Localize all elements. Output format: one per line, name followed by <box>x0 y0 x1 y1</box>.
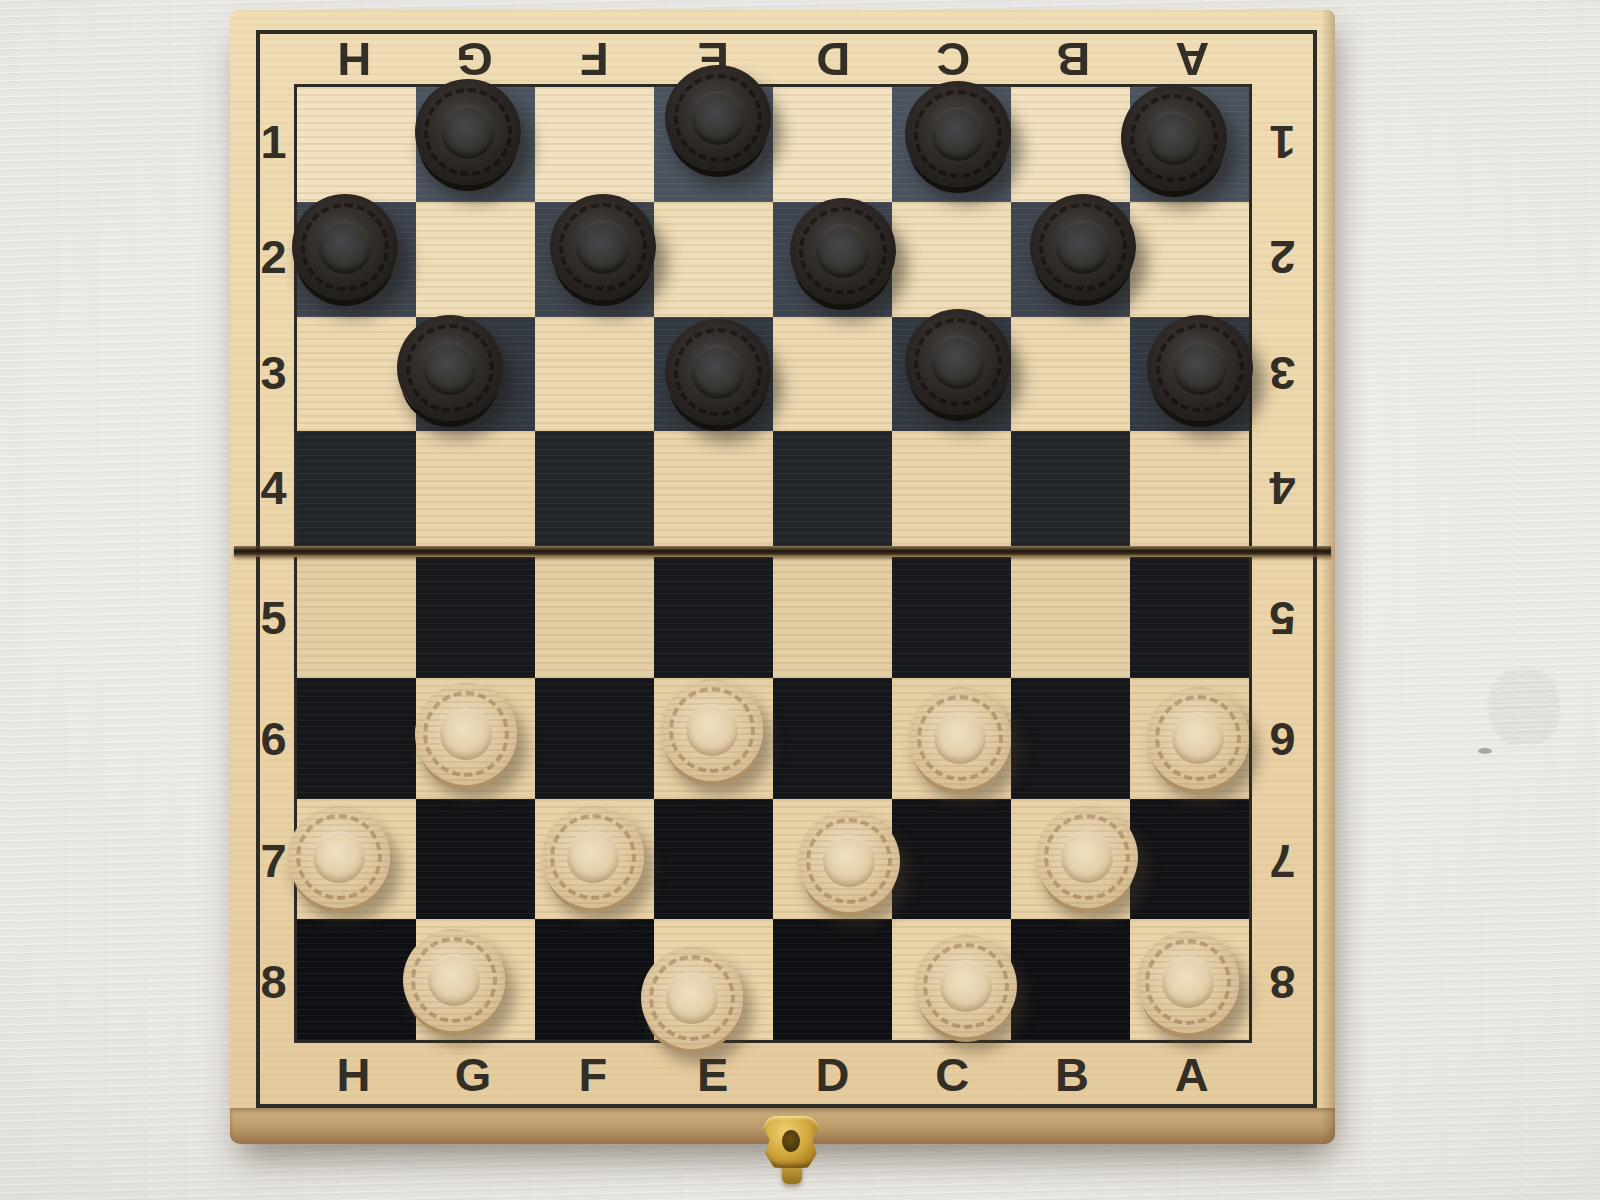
rank-label-left-4: 4 <box>254 463 294 513</box>
file-label-bottom-E: E <box>653 1050 773 1100</box>
file-label-bottom-D: D <box>773 1050 893 1100</box>
file-label-bottom-G: G <box>414 1050 534 1100</box>
board-lower-half-grid <box>294 557 1252 1043</box>
square-h6[interactable] <box>297 678 416 799</box>
board-upper-half-grid <box>294 84 1252 546</box>
piece-dark-c1[interactable] <box>905 81 1011 187</box>
square-d1[interactable] <box>773 87 892 202</box>
square-d3[interactable] <box>773 317 892 432</box>
square-c7[interactable] <box>892 799 1011 920</box>
square-d8[interactable] <box>773 919 892 1040</box>
square-a8[interactable] <box>1130 919 1249 1040</box>
square-a3[interactable] <box>1130 317 1249 432</box>
rank-label-left-3: 3 <box>254 348 294 398</box>
file-label-bottom-C: C <box>893 1050 1013 1100</box>
piece-light-g6[interactable] <box>415 683 517 785</box>
square-b3[interactable] <box>1011 317 1130 432</box>
file-label-top-H: H <box>294 34 414 84</box>
square-c8[interactable] <box>892 919 1011 1040</box>
piece-dark-h2[interactable] <box>292 194 398 300</box>
file-label-bottom-F: F <box>534 1050 654 1100</box>
square-c3[interactable] <box>892 317 1011 432</box>
square-a5[interactable] <box>1130 557 1249 678</box>
piece-dark-e3[interactable] <box>665 319 771 425</box>
file-label-top-B: B <box>1013 34 1133 84</box>
rank-label-right-6: 6 <box>1252 714 1312 764</box>
rank-label-left-2: 2 <box>254 232 294 282</box>
piece-light-e8[interactable] <box>641 947 743 1049</box>
piece-light-a8[interactable] <box>1137 931 1239 1033</box>
piece-dark-g3[interactable] <box>397 315 503 421</box>
table-smudge-mark <box>1484 664 1564 749</box>
file-labels-top: HGFEDCBA <box>294 34 1252 84</box>
square-g4[interactable] <box>416 431 535 546</box>
square-h4[interactable] <box>297 431 416 546</box>
square-f5[interactable] <box>535 557 654 678</box>
square-d6[interactable] <box>773 678 892 799</box>
square-g1[interactable] <box>416 87 535 202</box>
square-h5[interactable] <box>297 557 416 678</box>
checkers-board: HGFEDCBA HGFEDCBA 12345678 12345678 <box>230 10 1335 1144</box>
piece-light-h7[interactable] <box>288 806 390 908</box>
piece-light-a6[interactable] <box>1147 687 1249 789</box>
square-g5[interactable] <box>416 557 535 678</box>
square-c2[interactable] <box>892 202 1011 317</box>
square-c4[interactable] <box>892 431 1011 546</box>
piece-light-g8[interactable] <box>403 929 505 1031</box>
square-b6[interactable] <box>1011 678 1130 799</box>
piece-light-e6[interactable] <box>661 679 763 781</box>
square-b7[interactable] <box>1011 799 1130 920</box>
square-b2[interactable] <box>1011 202 1130 317</box>
piece-dark-e1[interactable] <box>665 65 771 171</box>
square-g8[interactable] <box>416 919 535 1040</box>
square-d7[interactable] <box>773 799 892 920</box>
square-g3[interactable] <box>416 317 535 432</box>
square-f1[interactable] <box>535 87 654 202</box>
square-g6[interactable] <box>416 678 535 799</box>
file-label-bottom-A: A <box>1132 1050 1252 1100</box>
square-h2[interactable] <box>297 202 416 317</box>
piece-dark-d2[interactable] <box>790 198 896 304</box>
file-label-top-A: A <box>1132 34 1252 84</box>
rank-label-left-6: 6 <box>254 714 294 764</box>
piece-dark-a1[interactable] <box>1121 85 1227 191</box>
square-b1[interactable] <box>1011 87 1130 202</box>
square-b4[interactable] <box>1011 431 1130 546</box>
piece-light-d7[interactable] <box>798 810 900 912</box>
table-scene: HGFEDCBA HGFEDCBA 12345678 12345678 <box>0 0 1600 1200</box>
square-f7[interactable] <box>535 799 654 920</box>
piece-light-b7[interactable] <box>1036 806 1138 908</box>
square-e7[interactable] <box>654 799 773 920</box>
piece-light-c6[interactable] <box>909 687 1011 789</box>
square-h7[interactable] <box>297 799 416 920</box>
rank-label-right-5: 5 <box>1252 593 1312 643</box>
square-f8[interactable] <box>535 919 654 1040</box>
piece-dark-a3[interactable] <box>1147 315 1253 421</box>
file-label-bottom-B: B <box>1013 1050 1133 1100</box>
square-h8[interactable] <box>297 919 416 1040</box>
file-label-bottom-H: H <box>294 1050 414 1100</box>
square-f2[interactable] <box>535 202 654 317</box>
piece-light-c8[interactable] <box>915 935 1017 1037</box>
rank-labels-left: 12345678 <box>254 10 294 1144</box>
square-e8[interactable] <box>654 919 773 1040</box>
square-a4[interactable] <box>1130 431 1249 546</box>
square-e2[interactable] <box>654 202 773 317</box>
square-a2[interactable] <box>1130 202 1249 317</box>
piece-dark-g1[interactable] <box>415 79 521 185</box>
rank-label-right-1: 1 <box>1252 117 1312 167</box>
square-e4[interactable] <box>654 431 773 546</box>
rank-label-right-3: 3 <box>1252 348 1312 398</box>
square-a1[interactable] <box>1130 87 1249 202</box>
brass-clasp-icon <box>763 1116 819 1168</box>
square-a7[interactable] <box>1130 799 1249 920</box>
square-c6[interactable] <box>892 678 1011 799</box>
square-f6[interactable] <box>535 678 654 799</box>
square-g7[interactable] <box>416 799 535 920</box>
square-b5[interactable] <box>1011 557 1130 678</box>
square-f4[interactable] <box>535 431 654 546</box>
square-h1[interactable] <box>297 87 416 202</box>
fold-seam <box>234 546 1331 557</box>
square-c1[interactable] <box>892 87 1011 202</box>
file-label-top-C: C <box>893 34 1013 84</box>
rank-labels-right: 12345678 <box>1252 10 1312 1144</box>
square-e6[interactable] <box>654 678 773 799</box>
rank-label-left-1: 1 <box>254 117 294 167</box>
rank-label-right-4: 4 <box>1252 463 1312 513</box>
square-d4[interactable] <box>773 431 892 546</box>
square-f3[interactable] <box>535 317 654 432</box>
file-label-top-F: F <box>534 34 654 84</box>
square-e1[interactable] <box>654 87 773 202</box>
square-c5[interactable] <box>892 557 1011 678</box>
piece-dark-c3[interactable] <box>905 309 1011 415</box>
file-label-top-G: G <box>414 34 534 84</box>
square-e3[interactable] <box>654 317 773 432</box>
piece-light-f7[interactable] <box>542 806 644 908</box>
square-e5[interactable] <box>654 557 773 678</box>
rank-label-right-8: 8 <box>1252 957 1312 1007</box>
file-label-top-D: D <box>773 34 893 84</box>
rank-label-right-2: 2 <box>1252 232 1312 282</box>
rank-label-left-8: 8 <box>254 957 294 1007</box>
square-a6[interactable] <box>1130 678 1249 799</box>
rank-label-left-5: 5 <box>254 593 294 643</box>
file-labels-bottom: HGFEDCBA <box>294 1050 1252 1100</box>
piece-dark-b2[interactable] <box>1030 194 1136 300</box>
square-d2[interactable] <box>773 202 892 317</box>
piece-dark-f2[interactable] <box>550 194 656 300</box>
rank-label-right-7: 7 <box>1252 836 1312 886</box>
square-b8[interactable] <box>1011 919 1130 1040</box>
table-speck <box>1478 748 1492 754</box>
square-d5[interactable] <box>773 557 892 678</box>
square-g2[interactable] <box>416 202 535 317</box>
